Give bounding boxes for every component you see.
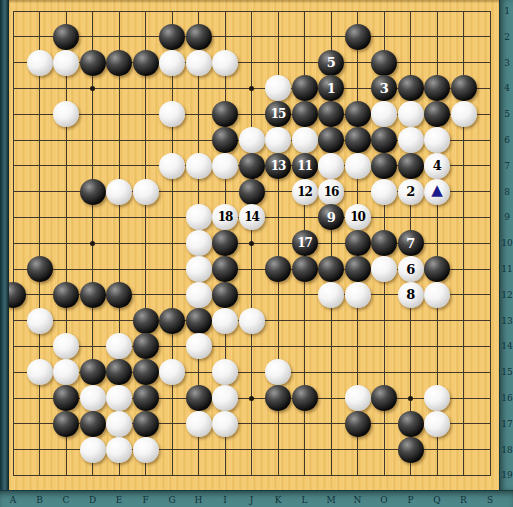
stone-L5-black	[292, 101, 318, 127]
stone-J6-white	[239, 127, 265, 153]
star-point-P16	[408, 396, 413, 401]
col-label-I: I	[218, 496, 232, 505]
stone-F15-black	[133, 359, 159, 385]
col-label-A: A	[6, 496, 20, 505]
row-label-15: 15	[500, 368, 513, 377]
stone-P11-white: 6	[398, 256, 424, 282]
stone-M7-white	[318, 153, 344, 179]
move-number-17: 17	[297, 237, 311, 249]
stone-Q12-white	[424, 282, 450, 308]
stone-I15-white	[212, 359, 238, 385]
stone-M9-black: 9	[318, 204, 344, 230]
stone-G7-white	[159, 153, 185, 179]
stone-D16-white	[80, 385, 106, 411]
stone-K16-black	[265, 385, 291, 411]
stone-Q8-white: ▲	[424, 179, 450, 205]
stone-N10-black	[345, 230, 371, 256]
stone-O6-black	[371, 127, 397, 153]
stone-K15-white	[265, 359, 291, 385]
stone-I5-black	[212, 101, 238, 127]
move-number-11: 11	[297, 160, 311, 172]
move-number-5: 5	[327, 56, 336, 69]
stone-C16-black	[53, 385, 79, 411]
stone-E18-white	[106, 437, 132, 463]
stone-P12-white: 8	[398, 282, 424, 308]
row-label-11: 11	[500, 265, 513, 274]
move-number-14: 14	[244, 211, 258, 223]
stone-G3-white	[159, 50, 185, 76]
stone-J8-black	[239, 179, 265, 205]
stone-K11-black	[265, 256, 291, 282]
row-label-4: 4	[500, 84, 513, 93]
stone-D8-black	[80, 179, 106, 205]
stone-I13-white	[212, 308, 238, 334]
move-number-13: 13	[271, 160, 285, 172]
stone-Q7-white: 4	[424, 153, 450, 179]
stone-F3-black	[133, 50, 159, 76]
go-diagram: 513151311412162▲181491017768 12345678910…	[0, 0, 513, 507]
stone-O10-black	[371, 230, 397, 256]
row-label-3: 3	[500, 59, 513, 68]
stone-O11-white	[371, 256, 397, 282]
stone-K4-white	[265, 75, 291, 101]
col-label-Q: Q	[430, 496, 444, 505]
stone-C3-white	[53, 50, 79, 76]
stone-P7-black	[398, 153, 424, 179]
col-label-M: M	[324, 496, 338, 505]
stone-E8-white	[106, 179, 132, 205]
row-label-16: 16	[500, 394, 513, 403]
grid-line-col-A	[13, 11, 14, 476]
stone-L6-white	[292, 127, 318, 153]
col-label-E: E	[112, 496, 126, 505]
triangle-marker-icon: ▲	[431, 183, 443, 198]
stone-J7-black	[239, 153, 265, 179]
stone-O3-black	[371, 50, 397, 76]
stone-L11-black	[292, 256, 318, 282]
col-label-S: S	[483, 496, 497, 505]
stone-C14-white	[53, 333, 79, 359]
stone-C12-black	[53, 282, 79, 308]
stone-R4-black	[451, 75, 477, 101]
stone-H10-white	[186, 230, 212, 256]
row-label-9: 9	[500, 213, 513, 222]
stone-I9-white: 18	[212, 204, 238, 230]
stone-L8-white: 12	[292, 179, 318, 205]
stone-E14-white	[106, 333, 132, 359]
col-label-C: C	[59, 496, 73, 505]
grid-line-row-14	[13, 346, 491, 347]
move-number-16: 16	[324, 186, 338, 198]
row-label-7: 7	[500, 162, 513, 171]
row-label-6: 6	[500, 136, 513, 145]
stone-P10-black: 7	[398, 230, 424, 256]
stone-E15-black	[106, 359, 132, 385]
star-point-J10	[249, 241, 254, 246]
move-number-9: 9	[327, 211, 336, 224]
stone-H17-white	[186, 411, 212, 437]
stone-I3-white	[212, 50, 238, 76]
stone-B13-white	[27, 308, 53, 334]
stone-D15-black	[80, 359, 106, 385]
stone-H11-white	[186, 256, 212, 282]
stone-I10-black	[212, 230, 238, 256]
stone-I12-black	[212, 282, 238, 308]
stone-H14-white	[186, 333, 212, 359]
stone-E12-black	[106, 282, 132, 308]
stone-E16-white	[106, 385, 132, 411]
stone-N17-black	[345, 411, 371, 437]
move-number-1: 1	[327, 82, 336, 95]
col-label-G: G	[165, 496, 179, 505]
stone-C5-white	[53, 101, 79, 127]
col-label-N: N	[351, 496, 365, 505]
stone-O5-white	[371, 101, 397, 127]
star-point-J4	[249, 86, 254, 91]
stone-H3-white	[186, 50, 212, 76]
stone-I17-white	[212, 411, 238, 437]
stone-L16-black	[292, 385, 318, 411]
grid-line-row-19	[13, 475, 491, 476]
stone-K5-black: 15	[265, 101, 291, 127]
row-label-1: 1	[500, 7, 513, 16]
stone-C2-black	[53, 24, 79, 50]
stone-L10-black: 17	[292, 230, 318, 256]
stone-P18-black	[398, 437, 424, 463]
stone-F17-black	[133, 411, 159, 437]
col-label-B: B	[33, 496, 47, 505]
stone-G5-white	[159, 101, 185, 127]
stone-O8-white	[371, 179, 397, 205]
row-label-18: 18	[500, 446, 513, 455]
stone-N7-white	[345, 153, 371, 179]
stone-E3-black	[106, 50, 132, 76]
move-number-8: 8	[406, 288, 415, 301]
stone-N2-black	[345, 24, 371, 50]
stone-H9-white	[186, 204, 212, 230]
stone-L4-black	[292, 75, 318, 101]
stone-G15-white	[159, 359, 185, 385]
move-number-4: 4	[433, 159, 442, 172]
stone-H13-black	[186, 308, 212, 334]
move-number-15: 15	[271, 108, 285, 120]
stone-O7-black	[371, 153, 397, 179]
row-label-12: 12	[500, 291, 513, 300]
stone-N11-black	[345, 256, 371, 282]
stone-G13-black	[159, 308, 185, 334]
stone-M12-white	[318, 282, 344, 308]
row-label-14: 14	[500, 342, 513, 351]
move-number-2: 2	[406, 185, 415, 198]
stone-P6-white	[398, 127, 424, 153]
stone-K7-black: 13	[265, 153, 291, 179]
stone-D18-white	[80, 437, 106, 463]
stone-G2-black	[159, 24, 185, 50]
stone-F8-white	[133, 179, 159, 205]
stone-Q4-black	[424, 75, 450, 101]
move-number-18: 18	[218, 211, 232, 223]
star-point-D4	[90, 86, 95, 91]
col-label-R: R	[457, 496, 471, 505]
stone-Q11-black	[424, 256, 450, 282]
row-label-19: 19	[500, 471, 513, 480]
stone-H2-black	[186, 24, 212, 50]
stone-I16-white	[212, 385, 238, 411]
stone-K6-white	[265, 127, 291, 153]
stone-C15-white	[53, 359, 79, 385]
stone-I7-white	[212, 153, 238, 179]
stone-M5-black	[318, 101, 344, 127]
stone-H16-black	[186, 385, 212, 411]
stone-L7-black: 11	[292, 153, 318, 179]
col-label-O: O	[377, 496, 391, 505]
stone-O16-black	[371, 385, 397, 411]
move-number-12: 12	[297, 186, 311, 198]
grid-line-row-2	[13, 36, 491, 37]
stone-I6-black	[212, 127, 238, 153]
move-number-7: 7	[406, 237, 415, 250]
row-label-5: 5	[500, 110, 513, 119]
col-label-H: H	[192, 496, 206, 505]
stone-M4-black: 1	[318, 75, 344, 101]
row-label-8: 8	[500, 188, 513, 197]
stone-F16-black	[133, 385, 159, 411]
stone-M11-black	[318, 256, 344, 282]
stone-R5-white	[451, 101, 477, 127]
move-number-3: 3	[380, 82, 389, 95]
stone-N12-white	[345, 282, 371, 308]
stone-F18-white	[133, 437, 159, 463]
move-number-6: 6	[406, 263, 415, 276]
stone-C17-black	[53, 411, 79, 437]
stone-I11-black	[212, 256, 238, 282]
row-label-13: 13	[500, 317, 513, 326]
star-point-D10	[90, 241, 95, 246]
stone-Q16-white	[424, 385, 450, 411]
stone-P5-white	[398, 101, 424, 127]
stone-M6-black	[318, 127, 344, 153]
col-label-F: F	[139, 496, 153, 505]
col-label-D: D	[86, 496, 100, 505]
stone-H12-white	[186, 282, 212, 308]
stone-B11-black	[27, 256, 53, 282]
grid-line-row-1	[13, 11, 491, 12]
stone-Q6-white	[424, 127, 450, 153]
board-left-edge	[0, 0, 9, 490]
star-point-J16	[249, 396, 254, 401]
coordinate-strip-right: 12345678910111213141516171819	[499, 0, 513, 490]
row-label-2: 2	[500, 33, 513, 42]
stone-E17-white	[106, 411, 132, 437]
stone-P17-black	[398, 411, 424, 437]
stone-N6-black	[345, 127, 371, 153]
stone-F14-black	[133, 333, 159, 359]
col-label-L: L	[298, 496, 312, 505]
stone-F13-black	[133, 308, 159, 334]
stone-N9-white: 10	[345, 204, 371, 230]
stone-P8-white: 2	[398, 179, 424, 205]
stone-M3-black: 5	[318, 50, 344, 76]
stone-J9-white: 14	[239, 204, 265, 230]
stone-B15-white	[27, 359, 53, 385]
stone-D12-black	[80, 282, 106, 308]
move-number-10: 10	[350, 211, 364, 223]
stone-Q5-black	[424, 101, 450, 127]
grid-line-col-G	[172, 11, 173, 476]
col-label-P: P	[404, 496, 418, 505]
col-label-J: J	[245, 496, 259, 505]
stone-H7-white	[186, 153, 212, 179]
stone-B3-white	[27, 50, 53, 76]
stone-O4-black: 3	[371, 75, 397, 101]
row-label-17: 17	[500, 420, 513, 429]
stone-Q17-white	[424, 411, 450, 437]
stone-D17-black	[80, 411, 106, 437]
grid-line-col-B	[39, 11, 40, 476]
col-label-K: K	[271, 496, 285, 505]
grid-line-col-S	[490, 11, 491, 476]
stone-M8-white: 16	[318, 179, 344, 205]
stone-J13-white	[239, 308, 265, 334]
coordinate-strip-bottom: ABCDEFGHIJKLMNOPQRS	[0, 490, 513, 507]
stone-N5-black	[345, 101, 371, 127]
row-label-10: 10	[500, 239, 513, 248]
stone-D3-black	[80, 50, 106, 76]
stone-N16-white	[345, 385, 371, 411]
stone-P4-black	[398, 75, 424, 101]
